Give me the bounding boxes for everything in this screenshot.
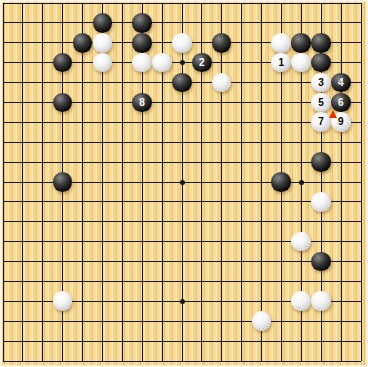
white-stone xyxy=(311,291,331,311)
white-stone xyxy=(291,291,311,311)
red-triangle-icon xyxy=(329,110,337,118)
black-stone xyxy=(311,53,331,73)
go-board-window: 213485679 xyxy=(0,0,368,367)
black-stone xyxy=(311,33,331,53)
black-stone-move-4: 4 xyxy=(331,73,351,93)
white-stone-move-1: 1 xyxy=(271,53,291,73)
move-number-label: 8 xyxy=(139,93,145,113)
black-stone xyxy=(53,53,73,73)
white-stone-move-5: 5 xyxy=(311,93,331,113)
move-number-label: 9 xyxy=(338,112,344,132)
black-stone xyxy=(291,33,311,53)
black-stone xyxy=(311,152,331,172)
black-stone xyxy=(132,33,152,53)
move-number-label: 6 xyxy=(338,93,344,113)
white-stone xyxy=(291,53,311,73)
white-stone xyxy=(172,33,192,53)
black-stone xyxy=(73,33,93,53)
stones-grid-layer: 213485679 xyxy=(0,0,368,367)
black-stone xyxy=(311,252,331,272)
white-stone xyxy=(311,192,331,212)
white-stone xyxy=(152,53,172,73)
white-stone-move-3: 3 xyxy=(311,73,331,93)
white-stone-move-7: 7 xyxy=(311,112,331,132)
go-board-surface[interactable]: 213485679 xyxy=(0,0,368,367)
move-number-label: 2 xyxy=(199,53,205,73)
black-stone xyxy=(93,13,113,33)
white-stone xyxy=(53,291,73,311)
black-stone xyxy=(53,172,73,192)
white-stone xyxy=(271,33,291,53)
black-stone xyxy=(271,172,291,192)
white-stone xyxy=(93,33,113,53)
black-stone-move-2: 2 xyxy=(192,53,212,73)
black-stone xyxy=(132,13,152,33)
move-number-label: 7 xyxy=(318,112,324,132)
white-stone xyxy=(252,311,272,331)
white-stone xyxy=(291,232,311,252)
move-number-label: 3 xyxy=(318,73,324,93)
black-stone xyxy=(53,93,73,113)
white-stone xyxy=(93,53,113,73)
move-number-label: 4 xyxy=(338,73,344,93)
black-stone xyxy=(172,73,192,93)
move-number-label: 1 xyxy=(278,53,284,73)
black-stone-move-8: 8 xyxy=(132,93,152,113)
move-number-label: 5 xyxy=(318,93,324,113)
white-stone xyxy=(132,53,152,73)
white-stone xyxy=(212,73,232,93)
black-stone xyxy=(212,33,232,53)
